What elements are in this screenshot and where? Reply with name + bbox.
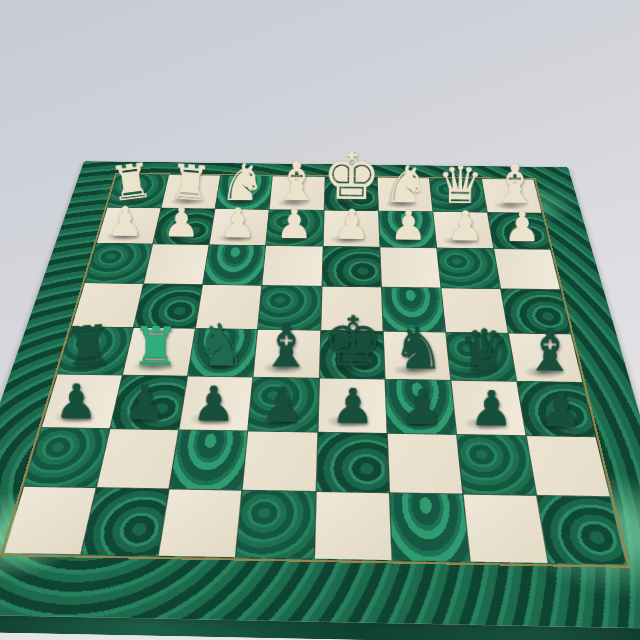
square-a5[interactable]: ♜ — [58, 327, 133, 375]
square-c7[interactable] — [170, 430, 248, 490]
square-b3[interactable] — [144, 244, 209, 284]
green-queen[interactable]: ♛ — [458, 322, 509, 379]
white-pawn[interactable]: ♟ — [446, 205, 484, 247]
green-knight[interactable]: ♞ — [391, 319, 444, 378]
square-d2[interactable]: ♟ — [266, 210, 323, 246]
white-pawn[interactable]: ♟ — [106, 201, 143, 243]
white-pawn[interactable]: ♟ — [276, 203, 314, 245]
green-knight[interactable]: ♞ — [195, 316, 248, 375]
green-pawn[interactable]: ♟ — [400, 383, 444, 432]
square-f7[interactable] — [387, 434, 462, 494]
square-g2[interactable]: ♟ — [433, 212, 493, 249]
square-c5[interactable]: ♞ — [188, 328, 257, 376]
square-c6[interactable]: ♟ — [180, 377, 253, 431]
square-f2[interactable]: ♟ — [379, 211, 436, 248]
square-f6[interactable]: ♟ — [385, 380, 455, 434]
white-pawn[interactable]: ♟ — [389, 204, 427, 246]
square-g5[interactable]: ♛ — [446, 332, 516, 381]
square-d3[interactable] — [263, 246, 323, 286]
white-pawn[interactable]: ♟ — [333, 204, 371, 246]
square-e6[interactable]: ♟ — [318, 379, 386, 433]
square-f5[interactable]: ♞ — [383, 331, 450, 380]
square-f3[interactable] — [380, 247, 440, 287]
square-c3[interactable] — [203, 245, 265, 285]
green-pawn[interactable]: ♟ — [123, 379, 167, 428]
square-d6[interactable]: ♟ — [249, 378, 319, 432]
green-bishop[interactable]: ♝ — [523, 321, 576, 380]
green-rook[interactable]: ♜ — [62, 317, 114, 374]
green-pawn[interactable]: ♟ — [55, 377, 99, 426]
green-bishop[interactable]: ♝ — [260, 317, 313, 376]
square-e7[interactable] — [316, 432, 388, 492]
square-g7[interactable] — [457, 435, 536, 496]
square-h3[interactable] — [494, 249, 560, 289]
chess-board: ♜♜♞♝♚♞♛♝♟♟♟♟♟♟♟♟♜♜♞♝♚♞♛♝♟♟♟♟♟♟♟♟ — [0, 161, 640, 629]
white-pawn[interactable]: ♟ — [219, 202, 257, 244]
green-king[interactable]: ♚ — [321, 308, 383, 378]
square-h2[interactable]: ♟ — [488, 212, 551, 249]
square-h5[interactable]: ♝ — [509, 333, 582, 382]
square-a3[interactable] — [85, 244, 152, 284]
green-pawn[interactable]: ♟ — [261, 381, 305, 430]
square-g6[interactable]: ♟ — [451, 381, 525, 435]
square-d7[interactable] — [243, 431, 317, 491]
square-a2[interactable]: ♟ — [97, 207, 161, 243]
green-pawn[interactable]: ♟ — [539, 385, 583, 434]
square-b8[interactable] — [82, 488, 169, 555]
green-rook[interactable]: ♜ — [131, 320, 180, 375]
square-b2[interactable]: ♟ — [153, 208, 214, 244]
green-pawn[interactable]: ♟ — [469, 384, 513, 433]
square-g8[interactable] — [463, 495, 547, 563]
square-e5[interactable]: ♚ — [319, 330, 384, 379]
green-pawn[interactable]: ♟ — [192, 380, 236, 429]
square-h6[interactable]: ♟ — [517, 382, 595, 436]
photo-background: { "game": "chess", "scene": { "descripti… — [0, 0, 640, 640]
square-e2[interactable]: ♟ — [323, 210, 379, 247]
square-b6[interactable]: ♟ — [111, 376, 187, 430]
square-d5[interactable]: ♝ — [254, 329, 320, 378]
square-b7[interactable] — [97, 429, 178, 489]
green-pawn[interactable]: ♟ — [330, 382, 374, 431]
square-g3[interactable] — [437, 248, 500, 288]
square-a6[interactable]: ♟ — [42, 375, 122, 429]
square-b5[interactable]: ♜ — [123, 327, 195, 375]
white-pawn[interactable]: ♟ — [503, 206, 541, 248]
square-e3[interactable] — [322, 247, 381, 287]
scene: ♜♜♞♝♚♞♛♝♟♟♟♟♟♟♟♟♜♜♞♝♚♞♛♝♟♟♟♟♟♟♟♟ — [0, 0, 640, 640]
white-pawn[interactable]: ♟ — [163, 202, 200, 244]
square-h7[interactable] — [527, 436, 610, 497]
